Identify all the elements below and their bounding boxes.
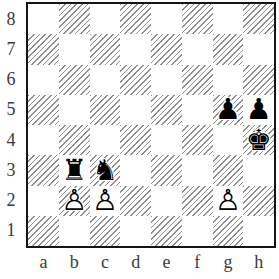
white-pawn: ♙ bbox=[61, 186, 87, 215]
square-c8[interactable] bbox=[90, 4, 121, 34]
rank-label-4: 4 bbox=[0, 125, 22, 155]
square-c2[interactable]: ♟♙ bbox=[90, 186, 121, 216]
square-e3[interactable] bbox=[151, 155, 182, 185]
rank-label-2: 2 bbox=[0, 186, 22, 216]
square-e1[interactable] bbox=[151, 216, 182, 246]
square-a2[interactable] bbox=[28, 186, 59, 216]
square-e2[interactable] bbox=[151, 186, 182, 216]
square-d3[interactable] bbox=[120, 155, 151, 185]
white-pawn: ♙ bbox=[215, 186, 241, 215]
square-a1[interactable] bbox=[28, 216, 59, 246]
square-g7[interactable] bbox=[213, 34, 244, 64]
square-d1[interactable] bbox=[120, 216, 151, 246]
square-f2[interactable] bbox=[182, 186, 213, 216]
square-d4[interactable] bbox=[120, 125, 151, 155]
rank-label-7: 7 bbox=[0, 34, 22, 64]
rank-label-5: 5 bbox=[0, 95, 22, 125]
square-f7[interactable] bbox=[182, 34, 213, 64]
square-f5[interactable] bbox=[182, 95, 213, 125]
square-d2[interactable] bbox=[120, 186, 151, 216]
square-c5[interactable] bbox=[90, 95, 121, 125]
square-d6[interactable] bbox=[120, 65, 151, 95]
square-b1[interactable] bbox=[59, 216, 90, 246]
square-f3[interactable] bbox=[182, 155, 213, 185]
square-g4[interactable] bbox=[213, 125, 244, 155]
square-h3[interactable] bbox=[243, 155, 274, 185]
square-h7[interactable] bbox=[243, 34, 274, 64]
square-b8[interactable] bbox=[59, 4, 90, 34]
square-f1[interactable] bbox=[182, 216, 213, 246]
file-label-b: b bbox=[59, 248, 90, 276]
square-h2[interactable] bbox=[243, 186, 274, 216]
square-g2[interactable]: ♟♙ bbox=[213, 186, 244, 216]
file-label-h: h bbox=[243, 248, 274, 276]
black-pawn: ♟ bbox=[215, 95, 241, 124]
square-a8[interactable] bbox=[28, 4, 59, 34]
black-king: ♚ bbox=[246, 126, 272, 155]
square-c4[interactable] bbox=[90, 125, 121, 155]
square-g1[interactable] bbox=[213, 216, 244, 246]
square-e6[interactable] bbox=[151, 65, 182, 95]
square-f6[interactable] bbox=[182, 65, 213, 95]
square-c1[interactable] bbox=[90, 216, 121, 246]
square-h1[interactable] bbox=[243, 216, 274, 246]
square-h5[interactable]: ♟ bbox=[243, 95, 274, 125]
chess-diagram: 87654321 ♟♟♚♜♞♟♙♟♙♟♙ abcdefgh bbox=[0, 0, 279, 279]
rank-labels: 87654321 bbox=[0, 4, 22, 246]
square-d8[interactable] bbox=[120, 4, 151, 34]
black-rook: ♜ bbox=[61, 156, 87, 185]
file-label-d: d bbox=[120, 248, 151, 276]
square-c3[interactable]: ♞ bbox=[90, 155, 121, 185]
square-a4[interactable] bbox=[28, 125, 59, 155]
square-e5[interactable] bbox=[151, 95, 182, 125]
board: ♟♟♚♜♞♟♙♟♙♟♙ bbox=[26, 2, 276, 248]
file-labels: abcdefgh bbox=[28, 248, 274, 276]
square-a6[interactable] bbox=[28, 65, 59, 95]
square-g5[interactable]: ♟ bbox=[213, 95, 244, 125]
square-f8[interactable] bbox=[182, 4, 213, 34]
square-c7[interactable] bbox=[90, 34, 121, 64]
file-label-a: a bbox=[28, 248, 59, 276]
file-label-f: f bbox=[182, 248, 213, 276]
file-label-e: e bbox=[151, 248, 182, 276]
square-b2[interactable]: ♟♙ bbox=[59, 186, 90, 216]
square-b6[interactable] bbox=[59, 65, 90, 95]
square-c6[interactable] bbox=[90, 65, 121, 95]
square-b5[interactable] bbox=[59, 95, 90, 125]
square-g6[interactable] bbox=[213, 65, 244, 95]
square-h4[interactable]: ♚ bbox=[243, 125, 274, 155]
square-e4[interactable] bbox=[151, 125, 182, 155]
square-a3[interactable] bbox=[28, 155, 59, 185]
rank-label-1: 1 bbox=[0, 216, 22, 246]
square-b3[interactable]: ♜ bbox=[59, 155, 90, 185]
white-pawn: ♙ bbox=[92, 186, 118, 215]
square-a7[interactable] bbox=[28, 34, 59, 64]
square-g3[interactable] bbox=[213, 155, 244, 185]
square-a5[interactable] bbox=[28, 95, 59, 125]
square-h6[interactable] bbox=[243, 65, 274, 95]
file-label-g: g bbox=[213, 248, 244, 276]
square-d7[interactable] bbox=[120, 34, 151, 64]
square-b4[interactable] bbox=[59, 125, 90, 155]
black-pawn: ♟ bbox=[246, 95, 272, 124]
square-e7[interactable] bbox=[151, 34, 182, 64]
square-b7[interactable] bbox=[59, 34, 90, 64]
square-d5[interactable] bbox=[120, 95, 151, 125]
rank-label-8: 8 bbox=[0, 4, 22, 34]
square-h8[interactable] bbox=[243, 4, 274, 34]
square-e8[interactable] bbox=[151, 4, 182, 34]
square-g8[interactable] bbox=[213, 4, 244, 34]
square-f4[interactable] bbox=[182, 125, 213, 155]
rank-label-6: 6 bbox=[0, 65, 22, 95]
file-label-c: c bbox=[90, 248, 121, 276]
black-knight: ♞ bbox=[92, 156, 118, 185]
rank-label-3: 3 bbox=[0, 155, 22, 185]
